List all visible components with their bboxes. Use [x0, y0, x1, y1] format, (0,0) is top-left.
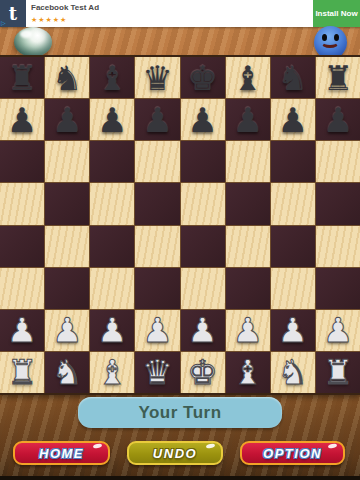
turn-status-banner: Your Turn: [78, 397, 282, 428]
black-queen[interactable]: ♛: [142, 61, 172, 95]
square-d2[interactable]: ♟: [135, 310, 179, 351]
square-d3[interactable]: [135, 268, 179, 309]
square-g1[interactable]: ♞: [271, 352, 315, 393]
white-bishop[interactable]: ♝: [232, 355, 262, 389]
square-f6[interactable]: [226, 141, 270, 182]
black-bishop[interactable]: ♝: [232, 61, 262, 95]
white-rook[interactable]: ♜: [323, 355, 353, 389]
square-f4[interactable]: [226, 226, 270, 267]
white-queen[interactable]: ♛: [142, 355, 172, 389]
smiley-face-icon[interactable]: [314, 26, 347, 59]
square-h5[interactable]: [316, 183, 360, 224]
install-now-button[interactable]: Install Now: [313, 0, 360, 27]
square-c5[interactable]: [90, 183, 134, 224]
square-b8[interactable]: ♞: [45, 57, 89, 98]
white-pawn[interactable]: ♟: [52, 313, 82, 347]
white-bishop[interactable]: ♝: [97, 355, 127, 389]
black-pawn[interactable]: ♟: [97, 103, 127, 137]
square-a1[interactable]: ♜: [0, 352, 44, 393]
black-rook[interactable]: ♜: [7, 61, 37, 95]
square-a3[interactable]: [0, 268, 44, 309]
black-pawn[interactable]: ♟: [7, 103, 37, 137]
white-knight[interactable]: ♞: [278, 355, 308, 389]
black-pawn[interactable]: ♟: [278, 103, 308, 137]
globe-icon[interactable]: [14, 27, 52, 57]
ad-logo[interactable]: t ▷: [0, 0, 26, 27]
ad-title: Facebook Test Ad: [31, 4, 313, 12]
chess-board[interactable]: ♜♞♝♛♚♝♞♜♟♟♟♟♟♟♟♟♟♟♟♟♟♟♟♟♜♞♝♛♚♝♞♜: [0, 57, 360, 393]
square-g3[interactable]: [271, 268, 315, 309]
square-h2[interactable]: ♟: [316, 310, 360, 351]
square-b6[interactable]: [45, 141, 89, 182]
black-pawn[interactable]: ♟: [187, 103, 217, 137]
square-e5[interactable]: [181, 183, 225, 224]
bottom-edge-bar: [0, 476, 360, 480]
home-button[interactable]: HOME: [13, 441, 110, 465]
square-d5[interactable]: [135, 183, 179, 224]
white-king[interactable]: ♚: [187, 355, 217, 389]
square-c4[interactable]: [90, 226, 134, 267]
square-e6[interactable]: [181, 141, 225, 182]
undo-button-label: UNDO: [153, 446, 197, 461]
square-g4[interactable]: [271, 226, 315, 267]
square-h7[interactable]: ♟: [316, 99, 360, 140]
black-pawn[interactable]: ♟: [52, 103, 82, 137]
square-f1[interactable]: ♝: [226, 352, 270, 393]
white-pawn[interactable]: ♟: [323, 313, 353, 347]
square-c7[interactable]: ♟: [90, 99, 134, 140]
square-h6[interactable]: [316, 141, 360, 182]
undo-button[interactable]: UNDO: [127, 441, 223, 465]
white-pawn[interactable]: ♟: [97, 313, 127, 347]
square-e7[interactable]: ♟: [181, 99, 225, 140]
square-f5[interactable]: [226, 183, 270, 224]
square-d7[interactable]: ♟: [135, 99, 179, 140]
square-b5[interactable]: [45, 183, 89, 224]
square-b3[interactable]: [45, 268, 89, 309]
square-g5[interactable]: [271, 183, 315, 224]
square-f8[interactable]: ♝: [226, 57, 270, 98]
smiley-mouth: [321, 37, 339, 48]
square-c1[interactable]: ♝: [90, 352, 134, 393]
square-f7[interactable]: ♟: [226, 99, 270, 140]
home-button-label: HOME: [39, 446, 84, 461]
square-e2[interactable]: ♟: [181, 310, 225, 351]
ad-star-rating: ★★★★★: [31, 16, 313, 23]
white-pawn[interactable]: ♟: [7, 313, 37, 347]
white-pawn[interactable]: ♟: [187, 313, 217, 347]
square-h4[interactable]: [316, 226, 360, 267]
square-c3[interactable]: [90, 268, 134, 309]
turn-status-label: Your Turn: [138, 403, 221, 423]
black-rook[interactable]: ♜: [323, 61, 353, 95]
button-shine: [206, 443, 216, 449]
black-pawn[interactable]: ♟: [142, 103, 172, 137]
square-d6[interactable]: [135, 141, 179, 182]
square-d8[interactable]: ♛: [135, 57, 179, 98]
square-f2[interactable]: ♟: [226, 310, 270, 351]
black-pawn[interactable]: ♟: [232, 103, 262, 137]
square-c6[interactable]: [90, 141, 134, 182]
square-e1[interactable]: ♚: [181, 352, 225, 393]
adchoices-icon[interactable]: ▷: [1, 20, 6, 26]
black-pawn[interactable]: ♟: [323, 103, 353, 137]
ad-info: Facebook Test Ad ★★★★★: [26, 0, 313, 27]
ad-logo-letter: t: [9, 3, 17, 24]
square-e3[interactable]: [181, 268, 225, 309]
white-rook[interactable]: ♜: [7, 355, 37, 389]
black-king[interactable]: ♚: [187, 61, 217, 95]
ad-banner[interactable]: t ▷ Facebook Test Ad ★★★★★ Install Now: [0, 0, 360, 27]
square-g7[interactable]: ♟: [271, 99, 315, 140]
square-g8[interactable]: ♞: [271, 57, 315, 98]
square-c2[interactable]: ♟: [90, 310, 134, 351]
button-shine: [328, 443, 338, 449]
square-d4[interactable]: [135, 226, 179, 267]
black-knight[interactable]: ♞: [278, 61, 308, 95]
square-e4[interactable]: [181, 226, 225, 267]
square-b1[interactable]: ♞: [45, 352, 89, 393]
white-knight[interactable]: ♞: [52, 355, 82, 389]
square-c8[interactable]: ♝: [90, 57, 134, 98]
square-g6[interactable]: [271, 141, 315, 182]
square-h3[interactable]: [316, 268, 360, 309]
option-button-label: OPTION: [263, 446, 322, 461]
white-pawn[interactable]: ♟: [278, 313, 308, 347]
square-a5[interactable]: [0, 183, 44, 224]
square-d1[interactable]: ♛: [135, 352, 179, 393]
square-h1[interactable]: ♜: [316, 352, 360, 393]
square-g2[interactable]: ♟: [271, 310, 315, 351]
white-pawn[interactable]: ♟: [232, 313, 262, 347]
button-shine: [93, 443, 103, 449]
square-b4[interactable]: [45, 226, 89, 267]
square-a2[interactable]: ♟: [0, 310, 44, 351]
square-a4[interactable]: [0, 226, 44, 267]
black-bishop[interactable]: ♝: [97, 61, 127, 95]
square-b2[interactable]: ♟: [45, 310, 89, 351]
square-a6[interactable]: [0, 141, 44, 182]
white-pawn[interactable]: ♟: [142, 313, 172, 347]
square-f3[interactable]: [226, 268, 270, 309]
square-h8[interactable]: ♜: [316, 57, 360, 98]
black-knight[interactable]: ♞: [52, 61, 82, 95]
square-b7[interactable]: ♟: [45, 99, 89, 140]
square-e8[interactable]: ♚: [181, 57, 225, 98]
app-screen: t ▷ Facebook Test Ad ★★★★★ Install Now ♜…: [0, 0, 360, 480]
option-button[interactable]: OPTION: [240, 441, 345, 465]
square-a7[interactable]: ♟: [0, 99, 44, 140]
square-a8[interactable]: ♜: [0, 57, 44, 98]
